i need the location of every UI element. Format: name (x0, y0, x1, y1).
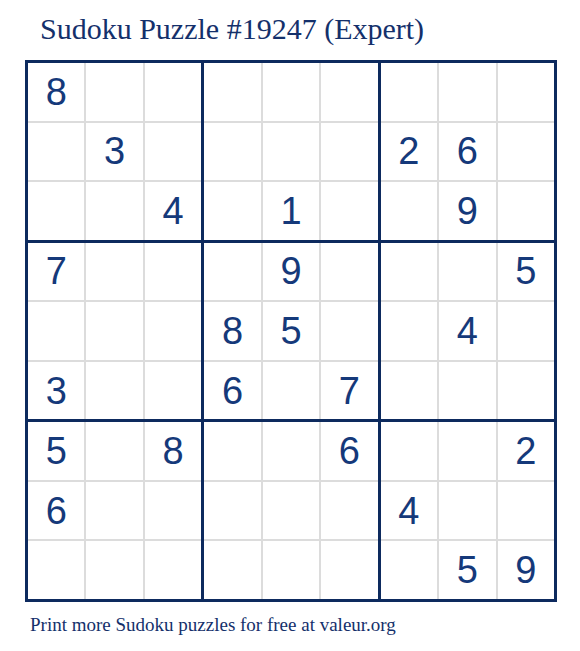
cell-r8c5[interactable] (263, 482, 319, 540)
cell-r2c4[interactable] (204, 123, 260, 181)
cell-r5c1[interactable] (28, 302, 84, 360)
page-title: Sudoku Puzzle #19247 (Expert) (40, 12, 424, 46)
cell-r1c4[interactable] (204, 63, 260, 121)
cell-r9c4[interactable] (204, 541, 260, 599)
cell-r6c3[interactable] (145, 362, 201, 420)
cell-r6c2[interactable] (86, 362, 142, 420)
cell-r5c5[interactable]: 5 (263, 302, 319, 360)
cell-r1c3[interactable] (145, 63, 201, 121)
cell-r2c6[interactable] (321, 123, 377, 181)
box-r1c3: 269 (381, 63, 554, 240)
cell-r9c7[interactable] (381, 541, 437, 599)
cell-r6c1[interactable]: 3 (28, 362, 84, 420)
cell-r8c2[interactable] (86, 482, 142, 540)
cell-r8c3[interactable] (145, 482, 201, 540)
cell-r2c8[interactable]: 6 (439, 123, 495, 181)
cell-r7c2[interactable] (86, 422, 142, 480)
cell-r3c4[interactable] (204, 182, 260, 240)
cell-r7c3[interactable]: 8 (145, 422, 201, 480)
cell-r3c1[interactable] (28, 182, 84, 240)
cell-r6c7[interactable] (381, 362, 437, 420)
cell-r5c2[interactable] (86, 302, 142, 360)
cell-r2c7[interactable]: 2 (381, 123, 437, 181)
cell-r1c7[interactable] (381, 63, 437, 121)
cell-r7c5[interactable] (263, 422, 319, 480)
box-r2c3: 54 (381, 243, 554, 420)
cell-r2c5[interactable] (263, 123, 319, 181)
cell-r9c9[interactable]: 9 (498, 541, 554, 599)
cell-r8c7[interactable]: 4 (381, 482, 437, 540)
cell-r7c4[interactable] (204, 422, 260, 480)
cell-r7c7[interactable] (381, 422, 437, 480)
cell-r5c6[interactable] (321, 302, 377, 360)
cell-r3c2[interactable] (86, 182, 142, 240)
cell-r5c9[interactable] (498, 302, 554, 360)
cell-r5c8[interactable]: 4 (439, 302, 495, 360)
box-r1c1: 834 (28, 63, 201, 240)
cell-r9c2[interactable] (86, 541, 142, 599)
cell-r5c4[interactable]: 8 (204, 302, 260, 360)
sudoku-board: 834126973985675458662459 (25, 60, 557, 602)
cell-r6c8[interactable] (439, 362, 495, 420)
cell-r8c1[interactable]: 6 (28, 482, 84, 540)
cell-r5c3[interactable] (145, 302, 201, 360)
cell-r1c9[interactable] (498, 63, 554, 121)
cell-r8c8[interactable] (439, 482, 495, 540)
box-r3c1: 586 (28, 422, 201, 599)
cell-r7c8[interactable] (439, 422, 495, 480)
cell-r8c6[interactable] (321, 482, 377, 540)
cell-r9c3[interactable] (145, 541, 201, 599)
cell-r9c6[interactable] (321, 541, 377, 599)
cell-r1c1[interactable]: 8 (28, 63, 84, 121)
cell-r3c6[interactable] (321, 182, 377, 240)
cell-r7c9[interactable]: 2 (498, 422, 554, 480)
cell-r7c6[interactable]: 6 (321, 422, 377, 480)
cell-r8c9[interactable] (498, 482, 554, 540)
cell-r6c6[interactable]: 7 (321, 362, 377, 420)
cell-r9c1[interactable] (28, 541, 84, 599)
cell-r6c4[interactable]: 6 (204, 362, 260, 420)
box-r3c3: 2459 (381, 422, 554, 599)
cell-r3c9[interactable] (498, 182, 554, 240)
cell-r4c9[interactable]: 5 (498, 243, 554, 301)
box-r2c2: 98567 (204, 243, 377, 420)
cell-r3c3[interactable]: 4 (145, 182, 201, 240)
cell-r1c6[interactable] (321, 63, 377, 121)
cell-r2c3[interactable] (145, 123, 201, 181)
cell-r4c2[interactable] (86, 243, 142, 301)
cell-r9c8[interactable]: 5 (439, 541, 495, 599)
box-r2c1: 73 (28, 243, 201, 420)
cell-r2c2[interactable]: 3 (86, 123, 142, 181)
cell-r1c5[interactable] (263, 63, 319, 121)
cell-r3c5[interactable]: 1 (263, 182, 319, 240)
cell-r3c8[interactable]: 9 (439, 182, 495, 240)
footer-text: Print more Sudoku puzzles for free at va… (30, 614, 396, 636)
cell-r4c5[interactable]: 9 (263, 243, 319, 301)
cell-r4c8[interactable] (439, 243, 495, 301)
cell-r1c2[interactable] (86, 63, 142, 121)
cell-r3c7[interactable] (381, 182, 437, 240)
box-r1c2: 1 (204, 63, 377, 240)
cell-r8c4[interactable] (204, 482, 260, 540)
cell-r7c1[interactable]: 5 (28, 422, 84, 480)
cell-r2c9[interactable] (498, 123, 554, 181)
cell-r2c1[interactable] (28, 123, 84, 181)
cell-r5c7[interactable] (381, 302, 437, 360)
cell-r4c3[interactable] (145, 243, 201, 301)
cell-r4c1[interactable]: 7 (28, 243, 84, 301)
cell-r6c5[interactable] (263, 362, 319, 420)
cell-r9c5[interactable] (263, 541, 319, 599)
cell-r1c8[interactable] (439, 63, 495, 121)
box-r3c2: 6 (204, 422, 377, 599)
cell-r4c7[interactable] (381, 243, 437, 301)
cell-r4c6[interactable] (321, 243, 377, 301)
cell-r6c9[interactable] (498, 362, 554, 420)
cell-r4c4[interactable] (204, 243, 260, 301)
